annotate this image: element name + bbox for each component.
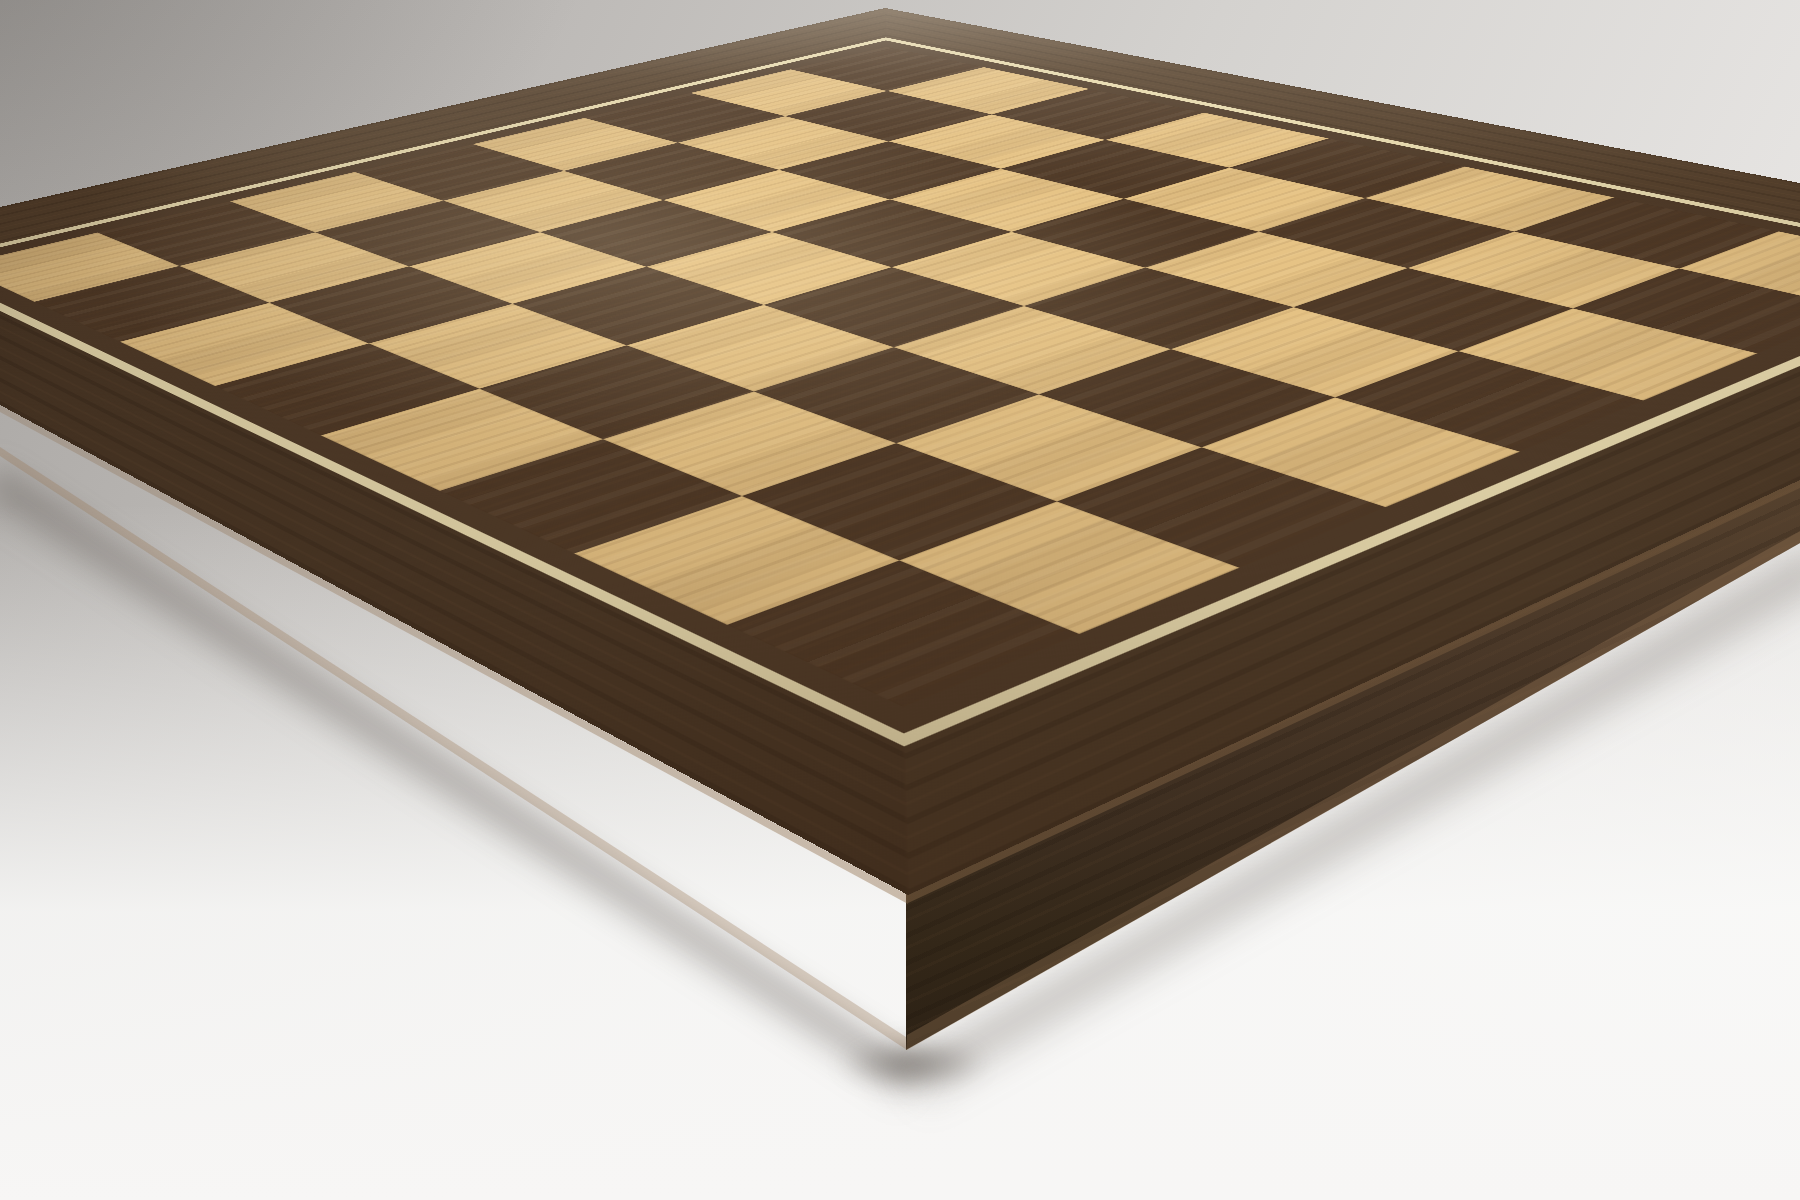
photo-stage [0,0,1800,1200]
